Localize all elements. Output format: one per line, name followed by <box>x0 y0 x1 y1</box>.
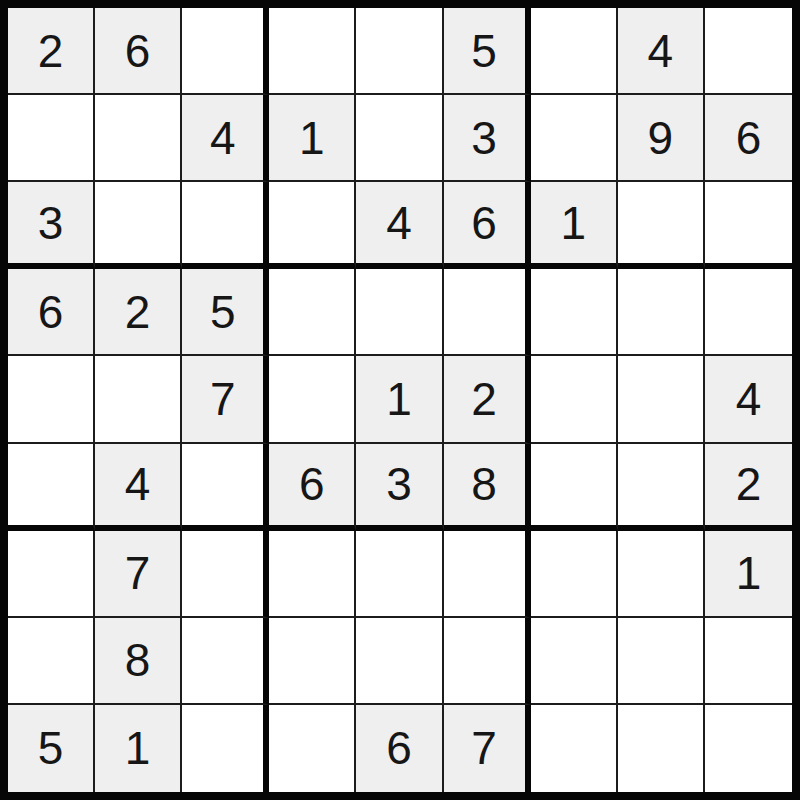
given-digit: 6 <box>125 28 151 74</box>
sudoku-cell-r9c4[interactable] <box>269 705 356 792</box>
given-digit: 1 <box>386 376 412 422</box>
sudoku-cell-r8c8[interactable] <box>618 618 705 705</box>
sudoku-cell-r3c9[interactable] <box>705 182 792 269</box>
sudoku-cell-r9c3[interactable] <box>182 705 269 792</box>
given-digit: 5 <box>38 725 64 771</box>
given-digit: 7 <box>471 725 497 771</box>
sudoku-cell-r9c2[interactable]: 1 <box>95 705 182 792</box>
sudoku-cell-r2c3[interactable]: 4 <box>182 95 269 182</box>
sudoku-cell-r6c9[interactable]: 2 <box>705 444 792 531</box>
given-digit: 7 <box>210 376 236 422</box>
given-digit: 6 <box>299 461 325 507</box>
given-digit: 1 <box>736 550 762 596</box>
sudoku-cell-r1c8[interactable]: 4 <box>618 8 705 95</box>
sudoku-cell-r1c3[interactable] <box>182 8 269 95</box>
sudoku-cell-r9c6[interactable]: 7 <box>444 705 531 792</box>
sudoku-cell-r3c8[interactable] <box>618 182 705 269</box>
sudoku-cell-r7c5[interactable] <box>356 531 443 618</box>
given-digit: 3 <box>471 115 497 161</box>
sudoku-cell-r5c9[interactable]: 4 <box>705 356 792 443</box>
sudoku-cell-r3c1[interactable]: 3 <box>8 182 95 269</box>
sudoku-cell-r1c7[interactable] <box>531 8 618 95</box>
sudoku-cell-r6c2[interactable]: 4 <box>95 444 182 531</box>
sudoku-cell-r4c9[interactable] <box>705 269 792 356</box>
given-digit: 6 <box>736 115 762 161</box>
given-digit: 1 <box>299 115 325 161</box>
sudoku-cell-r3c5[interactable]: 4 <box>356 182 443 269</box>
given-digit: 4 <box>648 28 674 74</box>
sudoku-cell-r9c5[interactable]: 6 <box>356 705 443 792</box>
given-digit: 1 <box>125 725 151 771</box>
sudoku-cell-r7c6[interactable] <box>444 531 531 618</box>
sudoku-cell-r5c6[interactable]: 2 <box>444 356 531 443</box>
sudoku-board: 26544139634616257124463827185167 <box>0 0 800 800</box>
sudoku-cell-r8c4[interactable] <box>269 618 356 705</box>
sudoku-cell-r7c4[interactable] <box>269 531 356 618</box>
sudoku-cell-r5c2[interactable] <box>95 356 182 443</box>
sudoku-cell-r5c5[interactable]: 1 <box>356 356 443 443</box>
given-digit: 2 <box>736 461 762 507</box>
sudoku-cell-r8c7[interactable] <box>531 618 618 705</box>
given-digit: 8 <box>471 461 497 507</box>
sudoku-cell-r4c8[interactable] <box>618 269 705 356</box>
sudoku-cell-r6c7[interactable] <box>531 444 618 531</box>
given-digit: 9 <box>648 115 674 161</box>
sudoku-cell-r7c7[interactable] <box>531 531 618 618</box>
given-digit: 3 <box>386 461 412 507</box>
sudoku-cell-r7c1[interactable] <box>8 531 95 618</box>
sudoku-cell-r3c6[interactable]: 6 <box>444 182 531 269</box>
sudoku-cell-r4c5[interactable] <box>356 269 443 356</box>
sudoku-cell-r9c8[interactable] <box>618 705 705 792</box>
given-digit: 6 <box>38 289 64 335</box>
sudoku-cell-r6c6[interactable]: 8 <box>444 444 531 531</box>
sudoku-cell-r9c9[interactable] <box>705 705 792 792</box>
given-digit: 4 <box>736 376 762 422</box>
sudoku-cell-r5c3[interactable]: 7 <box>182 356 269 443</box>
sudoku-cell-r8c3[interactable] <box>182 618 269 705</box>
sudoku-cell-r9c1[interactable]: 5 <box>8 705 95 792</box>
sudoku-cell-r1c9[interactable] <box>705 8 792 95</box>
sudoku-cell-r8c5[interactable] <box>356 618 443 705</box>
sudoku-cell-r2c2[interactable] <box>95 95 182 182</box>
given-digit: 3 <box>38 200 64 246</box>
sudoku-cell-r6c1[interactable] <box>8 444 95 531</box>
sudoku-cell-r7c9[interactable]: 1 <box>705 531 792 618</box>
sudoku-cell-r2c1[interactable] <box>8 95 95 182</box>
sudoku-cell-r6c8[interactable] <box>618 444 705 531</box>
given-digit: 2 <box>38 28 64 74</box>
sudoku-cell-r4c7[interactable] <box>531 269 618 356</box>
sudoku-cell-r7c3[interactable] <box>182 531 269 618</box>
given-digit: 4 <box>210 115 236 161</box>
sudoku-cell-r3c4[interactable] <box>269 182 356 269</box>
given-digit: 4 <box>125 461 151 507</box>
sudoku-cell-r4c6[interactable] <box>444 269 531 356</box>
sudoku-cell-r1c4[interactable] <box>269 8 356 95</box>
sudoku-cell-r5c8[interactable] <box>618 356 705 443</box>
sudoku-cell-r3c3[interactable] <box>182 182 269 269</box>
sudoku-cell-r4c4[interactable] <box>269 269 356 356</box>
sudoku-cell-r5c4[interactable] <box>269 356 356 443</box>
sudoku-cell-r2c6[interactable]: 3 <box>444 95 531 182</box>
sudoku-cell-r2c5[interactable] <box>356 95 443 182</box>
sudoku-cell-r6c4[interactable]: 6 <box>269 444 356 531</box>
sudoku-cell-r1c6[interactable]: 5 <box>444 8 531 95</box>
sudoku-cell-r7c2[interactable]: 7 <box>95 531 182 618</box>
sudoku-cell-r1c1[interactable]: 2 <box>8 8 95 95</box>
sudoku-cell-r8c6[interactable] <box>444 618 531 705</box>
sudoku-cell-r3c7[interactable]: 1 <box>531 182 618 269</box>
given-digit: 6 <box>471 200 497 246</box>
given-digit: 4 <box>386 200 412 246</box>
sudoku-cell-r3c2[interactable] <box>95 182 182 269</box>
sudoku-cell-r5c1[interactable] <box>8 356 95 443</box>
sudoku-cell-r8c2[interactable]: 8 <box>95 618 182 705</box>
sudoku-cell-r1c5[interactable] <box>356 8 443 95</box>
sudoku-cell-r9c7[interactable] <box>531 705 618 792</box>
sudoku-cell-r6c5[interactable]: 3 <box>356 444 443 531</box>
given-digit: 2 <box>471 376 497 422</box>
sudoku-cell-r2c9[interactable]: 6 <box>705 95 792 182</box>
given-digit: 6 <box>386 725 412 771</box>
sudoku-cell-r4c3[interactable]: 5 <box>182 269 269 356</box>
given-digit: 5 <box>210 289 236 335</box>
sudoku-cell-r8c9[interactable] <box>705 618 792 705</box>
sudoku-cell-r1c2[interactable]: 6 <box>95 8 182 95</box>
sudoku-cell-r7c8[interactable] <box>618 531 705 618</box>
sudoku-cell-r5c7[interactable] <box>531 356 618 443</box>
given-digit: 2 <box>125 289 151 335</box>
sudoku-cell-r4c1[interactable]: 6 <box>8 269 95 356</box>
given-digit: 1 <box>560 200 586 246</box>
sudoku-cell-r2c8[interactable]: 9 <box>618 95 705 182</box>
sudoku-cell-r8c1[interactable] <box>8 618 95 705</box>
given-digit: 8 <box>125 637 151 683</box>
given-digit: 7 <box>125 550 151 596</box>
given-digit: 5 <box>471 28 497 74</box>
sudoku-cell-r4c2[interactable]: 2 <box>95 269 182 356</box>
sudoku-cell-r2c7[interactable] <box>531 95 618 182</box>
sudoku-cell-r2c4[interactable]: 1 <box>269 95 356 182</box>
sudoku-cell-r6c3[interactable] <box>182 444 269 531</box>
